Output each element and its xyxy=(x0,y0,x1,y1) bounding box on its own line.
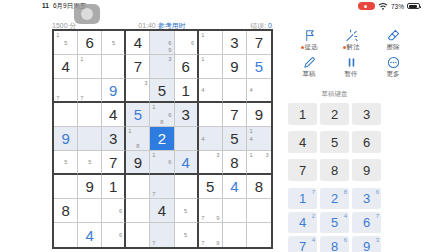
pencil-marks: 6 xyxy=(102,223,124,247)
given-digit: 7 xyxy=(230,107,238,122)
given-digit: 7 xyxy=(134,59,142,74)
given-digit: 9 xyxy=(85,179,93,194)
right-panel: 提选 解法 擦除 草稿 xyxy=(288,29,448,252)
given-digit: 4 xyxy=(61,59,69,74)
remaining-count: 6 xyxy=(344,237,347,243)
cell-r2c6[interactable]: 6 xyxy=(175,55,199,79)
pencil-marks: 5 xyxy=(175,199,197,222)
cell-r4c9[interactable]: 9 xyxy=(247,103,271,127)
cell-r1c5[interactable]: 69 xyxy=(150,31,174,55)
cell-r5c1[interactable]: 9 xyxy=(54,127,78,151)
flag-icon xyxy=(303,29,316,42)
battery-percent: 73% xyxy=(391,3,404,10)
number-key-2[interactable]: 28 xyxy=(320,188,349,209)
user-digit: 9 xyxy=(109,83,117,98)
pencil-marks: 7 xyxy=(54,79,77,101)
number-key-4[interactable]: 42 xyxy=(288,212,317,233)
user-digit: 5 xyxy=(255,59,263,74)
cell-r3c5[interactable]: 5 xyxy=(150,79,174,103)
given-digit: 5 xyxy=(158,83,166,98)
user-digit: 4 xyxy=(181,155,189,170)
cell-r8c2[interactable] xyxy=(78,199,102,223)
given-digit: 9 xyxy=(134,155,142,170)
cell-r3c3[interactable]: 9 xyxy=(102,79,126,103)
cell-r5c5[interactable]: 2 xyxy=(150,127,174,151)
cell-r2c3[interactable] xyxy=(102,55,126,79)
cell-r5c8[interactable]: 5 xyxy=(223,127,247,151)
wifi-icon xyxy=(378,2,388,10)
pencil-marks: 5 xyxy=(78,151,101,173)
given-digit: 8 xyxy=(61,203,69,218)
number-key-8[interactable]: 86 xyxy=(320,236,349,252)
number-key-5[interactable]: 54 xyxy=(320,212,349,233)
new-badge-dot xyxy=(301,46,304,49)
pencil-marks: 4 xyxy=(199,127,222,150)
pencil-marks: 5 xyxy=(54,151,77,173)
remaining-count: 3 xyxy=(376,237,379,243)
user-digit: 5 xyxy=(134,107,142,122)
cell-r4c8[interactable]: 7 xyxy=(223,103,247,127)
hint-select-label: 提选 xyxy=(305,43,318,52)
cell-r9c6[interactable]: 5 xyxy=(175,223,199,247)
elapsed-time: 01:40 xyxy=(138,22,156,29)
cell-r6c1[interactable]: 5 xyxy=(54,151,78,175)
number-key-1[interactable]: 17 xyxy=(288,188,317,209)
cell-r6c5[interactable]: 16 xyxy=(150,151,174,175)
draft-key-4[interactable]: 4 xyxy=(288,131,317,153)
cell-r7c9[interactable]: 8 xyxy=(247,175,271,199)
key-digit: 8 xyxy=(331,239,338,252)
given-digit: 8 xyxy=(230,155,238,170)
cell-r2c4[interactable]: 7 xyxy=(126,55,150,79)
pencil-marks: 7 xyxy=(150,175,173,198)
cell-r6c6[interactable]: 4 xyxy=(175,151,199,175)
pencil-marks: 5 xyxy=(102,31,124,54)
cell-r1c4[interactable]: 4 xyxy=(126,31,150,55)
cell-r4c6[interactable]: 3 xyxy=(175,103,199,127)
cell-r7c6[interactable] xyxy=(175,175,199,199)
remaining-count: 7 xyxy=(312,189,315,195)
given-digit: 4 xyxy=(109,107,117,122)
cell-r2c5[interactable]: 3 xyxy=(150,55,174,79)
eraser-icon xyxy=(387,29,400,42)
cell-r5c6[interactable] xyxy=(175,127,199,151)
draft-key-7[interactable]: 7 xyxy=(288,159,317,181)
cell-r8c8[interactable] xyxy=(223,199,247,223)
draft-key-6[interactable]: 6 xyxy=(352,131,381,153)
draft-key-1[interactable]: 1 xyxy=(288,103,317,125)
remaining-count: 4 xyxy=(312,237,315,243)
remaining-count: 4 xyxy=(344,213,347,219)
draft-key-9[interactable]: 9 xyxy=(352,159,381,181)
pencil-marks: 5 xyxy=(175,223,197,247)
cell-r3c1[interactable]: 7 xyxy=(54,79,78,103)
cell-r8c4[interactable] xyxy=(126,199,150,223)
pencil-marks: 1 xyxy=(78,55,101,78)
cell-r1c1[interactable]: 15 xyxy=(54,31,78,55)
cell-r6c8[interactable]: 8 xyxy=(223,151,247,175)
pencil-marks: 79 xyxy=(199,223,222,247)
cell-r5c2[interactable] xyxy=(78,127,102,151)
solution-button[interactable]: 解法 xyxy=(330,29,372,56)
cell-r2c2[interactable]: 1 xyxy=(78,55,102,79)
cell-r2c1[interactable]: 4 xyxy=(54,55,78,79)
cell-r8c7[interactable]: 79 xyxy=(199,199,223,223)
cell-r8c9[interactable] xyxy=(247,199,271,223)
given-digit: 3 xyxy=(109,131,117,146)
user-digit: 4 xyxy=(230,179,238,194)
cell-r4c4[interactable]: 5 xyxy=(126,103,150,127)
key-digit: 6 xyxy=(363,215,370,230)
given-digit: 4 xyxy=(158,203,166,218)
given-digit: 7 xyxy=(255,35,263,50)
cell-r9c5[interactable]: 7 xyxy=(150,223,174,247)
cell-r3c9[interactable]: 4 xyxy=(247,79,271,103)
number-key-7[interactable]: 74 xyxy=(288,236,317,252)
cell-r7c7[interactable]: 5 xyxy=(199,175,223,199)
cell-r7c3[interactable]: 1 xyxy=(102,175,126,199)
draft-button[interactable]: 草稿 xyxy=(288,56,330,83)
pencil-marks: 7 xyxy=(78,79,101,101)
errors-label: 错误: xyxy=(250,22,266,29)
key-digit: 3 xyxy=(363,191,370,206)
pencil-marks: 3 xyxy=(199,151,222,173)
given-digit: 8 xyxy=(255,179,263,194)
cell-r2c8[interactable]: 9 xyxy=(223,55,247,79)
cell-r9c2[interactable]: 4 xyxy=(78,223,102,247)
status-time: 11 xyxy=(42,2,49,9)
number-key-3[interactable]: 36 xyxy=(352,188,381,209)
cell-r3c8[interactable] xyxy=(223,79,247,103)
key-digit: 7 xyxy=(299,239,306,252)
pencil-icon xyxy=(303,56,316,69)
pencil-marks: 15 xyxy=(54,31,77,54)
key-digit: 4 xyxy=(299,215,306,230)
recording-dot-icon xyxy=(364,5,367,8)
cell-r5c7[interactable]: 4 xyxy=(199,127,223,151)
cell-r1c3[interactable]: 5 xyxy=(102,31,126,55)
cell-r7c2[interactable]: 9 xyxy=(78,175,102,199)
draft-key-2[interactable]: 2 xyxy=(320,103,349,125)
solution-label: 解法 xyxy=(347,43,360,52)
cell-r7c1[interactable] xyxy=(54,175,78,199)
cell-r9c9[interactable] xyxy=(247,223,271,247)
cell-r9c8[interactable] xyxy=(223,223,247,247)
pencil-marks: 1 xyxy=(199,55,222,78)
cell-r1c2[interactable]: 6 xyxy=(78,31,102,55)
pencil-marks: 7 xyxy=(150,223,173,247)
cell-r9c4[interactable] xyxy=(126,223,150,247)
pencil-marks: 168 xyxy=(150,103,173,126)
user-digit: 2 xyxy=(158,131,166,146)
assistive-touch-inner-circle xyxy=(81,8,93,20)
given-digit: 9 xyxy=(255,107,263,122)
draft-key-5[interactable]: 5 xyxy=(320,131,349,153)
cell-r3c4[interactable]: 3 xyxy=(126,79,150,103)
given-digit: 4 xyxy=(134,35,142,50)
user-digit: 4 xyxy=(85,228,93,243)
cell-r2c9[interactable]: 5 xyxy=(247,55,271,79)
key-digit: 9 xyxy=(363,239,370,252)
cell-r4c5[interactable]: 168 xyxy=(150,103,174,127)
cell-r8c1[interactable]: 8 xyxy=(54,199,78,223)
pencil-marks: 18 xyxy=(126,127,149,150)
draft-keypad: 123456789 xyxy=(288,103,448,181)
pause-label: 暂停 xyxy=(345,70,358,79)
cell-r8c3[interactable]: 6 xyxy=(102,199,126,223)
remaining-count: 2 xyxy=(312,213,315,219)
draft-label: 草稿 xyxy=(303,70,316,79)
sudoku-app-screen: 11 6月9日周五 73% 1500 分 01:40 参考用时 错误: 0 xyxy=(0,0,448,252)
pause-icon xyxy=(345,56,358,69)
cell-r4c7[interactable] xyxy=(199,103,223,127)
pencil-marks: 79 xyxy=(199,199,222,222)
pencil-marks: 14 xyxy=(247,127,271,150)
remaining-count: 7 xyxy=(376,213,379,219)
cell-r6c3[interactable]: 7 xyxy=(102,151,126,175)
cell-r3c2[interactable]: 7 xyxy=(78,79,102,103)
new-badge-dot xyxy=(343,46,346,49)
number-key-6[interactable]: 67 xyxy=(352,212,381,233)
toolbar: 提选 解法 擦除 草稿 xyxy=(288,29,448,83)
cell-r1c8[interactable]: 3 xyxy=(223,31,247,55)
cell-r4c3[interactable]: 4 xyxy=(102,103,126,127)
more-button[interactable]: 更多 xyxy=(372,56,414,83)
cell-r5c4[interactable]: 18 xyxy=(126,127,150,151)
pause-button[interactable]: 暂停 xyxy=(330,56,372,83)
cell-r8c6[interactable]: 5 xyxy=(175,199,199,223)
cell-r6c7[interactable]: 3 xyxy=(199,151,223,175)
pencil-marks: 6 xyxy=(175,31,197,54)
cell-r4c2[interactable] xyxy=(78,103,102,127)
more-icon xyxy=(387,56,400,69)
cell-r5c9[interactable]: 14 xyxy=(247,127,271,151)
cell-r4c1[interactable] xyxy=(54,103,78,127)
cell-r7c8[interactable]: 4 xyxy=(223,175,247,199)
battery-icon xyxy=(407,3,420,9)
erase-label: 擦除 xyxy=(387,43,400,52)
screen-recording-badge[interactable] xyxy=(358,2,375,10)
status-bar: 11 6月9日周五 73% xyxy=(0,0,448,14)
cell-r6c2[interactable]: 5 xyxy=(78,151,102,175)
cell-r6c9[interactable]: 13 xyxy=(247,151,271,175)
pencil-marks: 3 xyxy=(126,79,149,101)
pencil-marks: 4 xyxy=(247,79,271,101)
given-digit: 6 xyxy=(85,35,93,50)
draft-keypad-label: 草稿键盘 xyxy=(288,90,381,99)
remaining-count: 8 xyxy=(344,189,347,195)
given-digit: 5 xyxy=(230,131,238,146)
sudoku-board: 1565469613741736195779351444516837993182… xyxy=(52,29,273,249)
cell-r9c7[interactable]: 79 xyxy=(199,223,223,247)
cell-r1c6[interactable]: 6 xyxy=(175,31,199,55)
given-digit: 7 xyxy=(109,155,117,170)
cell-r1c9[interactable]: 7 xyxy=(247,31,271,55)
given-digit: 3 xyxy=(230,35,238,50)
cell-r9c3[interactable]: 6 xyxy=(102,223,126,247)
more-label: 更多 xyxy=(387,70,400,79)
pencil-marks: 13 xyxy=(247,151,271,173)
cell-r1c7[interactable]: 1 xyxy=(199,31,223,55)
erase-button[interactable]: 擦除 xyxy=(372,29,414,56)
pencil-marks: 6 xyxy=(102,199,124,222)
given-digit: 5 xyxy=(206,179,214,194)
cell-r5c3[interactable]: 3 xyxy=(102,127,126,151)
given-digit: 1 xyxy=(109,179,117,194)
given-digit: 3 xyxy=(181,107,189,122)
given-digit: 1 xyxy=(181,83,189,98)
cell-r3c6[interactable]: 1 xyxy=(175,79,199,103)
errors-value: 0 xyxy=(268,22,272,29)
pencil-marks: 1 xyxy=(199,31,222,54)
cell-r8c5[interactable]: 4 xyxy=(150,199,174,223)
hint-select-button[interactable]: 提选 xyxy=(288,29,330,56)
draft-key-3[interactable]: 3 xyxy=(352,103,381,125)
remaining-count: 6 xyxy=(376,189,379,195)
user-digit: 9 xyxy=(61,131,69,146)
pencil-marks: 3 xyxy=(150,55,173,78)
cell-r9c1[interactable] xyxy=(54,223,78,247)
pencil-marks: 4 xyxy=(199,79,222,101)
given-digit: 9 xyxy=(230,59,238,74)
key-digit: 2 xyxy=(331,191,338,206)
status-right-cluster: 73% xyxy=(358,2,420,10)
key-digit: 1 xyxy=(299,191,306,206)
pencil-marks: 69 xyxy=(150,31,173,54)
cell-r2c7[interactable]: 1 xyxy=(199,55,223,79)
cell-r3c7[interactable]: 4 xyxy=(199,79,223,103)
number-keypad: 172836425467748693 xyxy=(288,188,448,252)
given-digit: 6 xyxy=(181,59,189,74)
cell-r7c4[interactable] xyxy=(126,175,150,199)
draft-key-8[interactable]: 8 xyxy=(320,159,349,181)
cell-r6c4[interactable]: 9 xyxy=(126,151,150,175)
key-digit: 5 xyxy=(331,215,338,230)
wand-icon xyxy=(345,29,358,42)
pencil-marks: 16 xyxy=(150,151,173,173)
reference-time-button[interactable]: 参考用时 xyxy=(158,22,186,29)
cell-r7c5[interactable]: 7 xyxy=(150,175,174,199)
number-key-9[interactable]: 93 xyxy=(352,236,381,252)
